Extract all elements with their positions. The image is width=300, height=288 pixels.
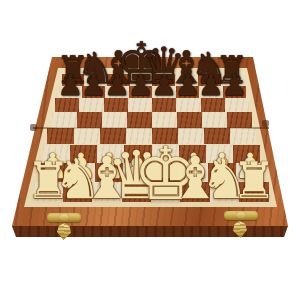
board-rank-row [59,86,247,99]
board-square [233,145,260,163]
board-square [100,128,126,145]
hinge-notch-icon [262,120,269,127]
board-square [79,98,103,112]
board-square [129,86,152,99]
board-square [62,74,85,86]
clasp-pendant [233,221,248,239]
board-square [177,112,202,127]
board-square [59,86,82,99]
board-square [202,112,227,127]
board-square [204,128,230,145]
board-square [152,145,179,163]
board-square [221,74,244,86]
board-square [107,74,130,86]
board-square [52,112,77,127]
board-square [152,74,175,86]
board-rank-row [43,145,260,163]
board-square [127,112,152,127]
board-square [151,182,180,203]
brass-clasp-icon [47,213,81,247]
board-square [152,128,178,145]
chess-set-photo: ♜♞♝♚♛♝♞♜♟♟♟♟♟♟♟♟♟♟♟♟♟♟♟♟♜♞♝♛♚♝♞♜ [0,0,300,288]
board-rank-row [39,163,265,182]
board-rank-row [52,112,253,127]
clasp-pendant [56,223,71,241]
board-rank-row [55,98,249,112]
board-square [55,98,79,112]
board-square [151,163,179,182]
board-rank-row [62,74,244,86]
board-square [77,112,102,127]
hinge-seam [33,127,269,129]
clasp-knob [59,214,69,221]
board-square [152,86,175,99]
board-square [179,145,206,163]
board-square [39,163,67,182]
board-square [70,145,97,163]
board-rank-row [47,128,256,145]
board-square [152,98,176,112]
board-square [176,98,200,112]
board-square [104,98,128,112]
board-square [225,98,249,112]
board-square [180,182,209,203]
board-square [82,86,105,99]
board-square [92,182,121,203]
board-square [43,145,70,163]
hinge-notch-icon [30,124,37,131]
board-square [123,163,151,182]
board-square [34,182,63,203]
board-square [239,182,268,203]
board-square [178,128,204,145]
board-square [126,128,152,145]
board-square [102,112,127,127]
board-square [67,163,95,182]
board-square [206,145,233,163]
board-square [180,163,208,182]
board-square [152,112,177,127]
board-square [201,98,225,112]
board-rank-row [34,182,269,203]
board-square [74,128,100,145]
board-square [236,163,264,182]
board-square [227,112,252,127]
board-square [63,182,92,203]
board-square [128,98,152,112]
board-square [208,163,236,182]
board-square [199,86,222,99]
board-square [175,74,198,86]
board-square [198,74,221,86]
board-square [130,74,153,86]
board-square [223,86,246,99]
clasp-knob [236,212,246,219]
board-square [47,128,73,145]
board-square [230,128,256,145]
board-square [210,182,239,203]
board-square [105,86,128,99]
board-square [176,86,199,99]
board-square [95,163,123,182]
brass-clasp-icon [224,211,258,245]
board-square [84,74,107,86]
board-square [97,145,124,163]
board-square [122,182,151,203]
board-square [124,145,151,163]
